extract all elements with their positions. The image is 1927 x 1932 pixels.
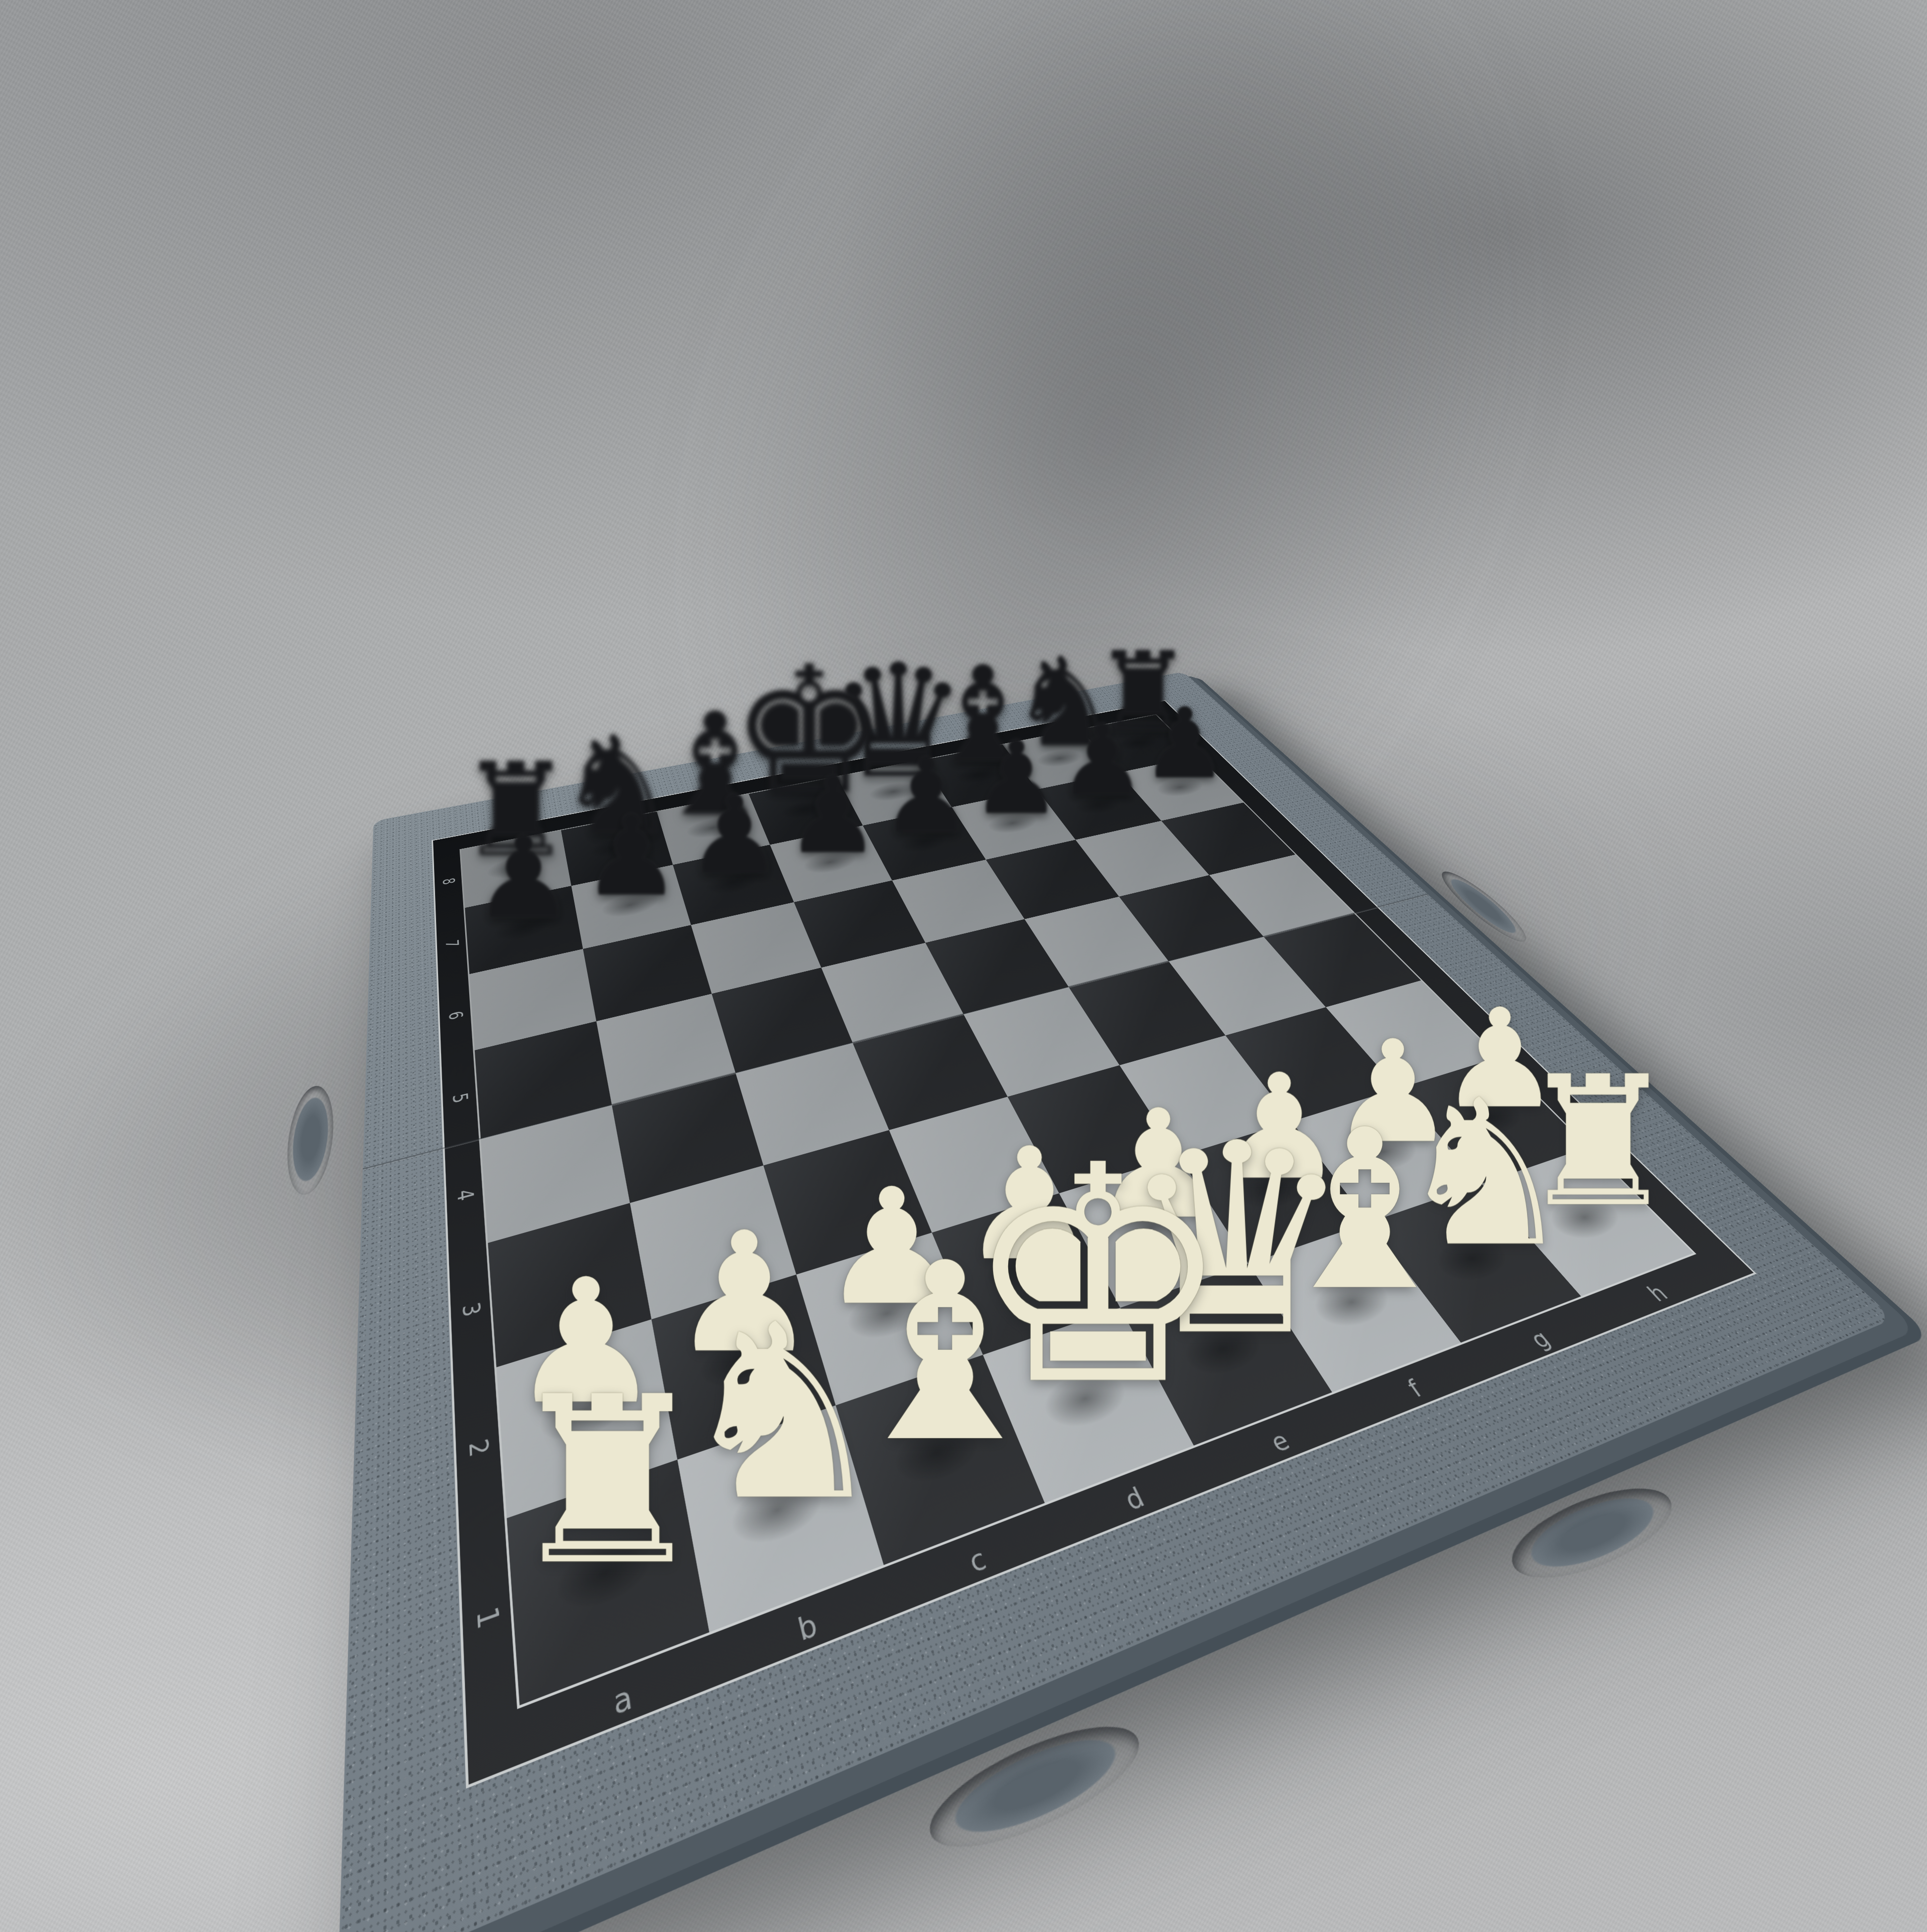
file-label-c: c bbox=[966, 1544, 990, 1578]
frame-handle-notch bbox=[1431, 869, 1538, 945]
scene: abcdefgh12345678 ♜♞♝♚♛♝♞♜♟♟♟♟♟♟♟♟♟♟♟♟♟♟♟… bbox=[0, 0, 1927, 1932]
rank-label-5: 5 bbox=[450, 1091, 471, 1106]
rank-label-4: 4 bbox=[454, 1187, 476, 1204]
frame-handle-notch bbox=[1495, 1472, 1690, 1597]
rank-label-7: 7 bbox=[443, 939, 461, 949]
square-c4[interactable] bbox=[736, 1043, 889, 1165]
frame-handle-notch bbox=[920, 1705, 1153, 1873]
rank-label-2: 2 bbox=[465, 1436, 492, 1461]
frame-handle-notch bbox=[283, 1081, 336, 1201]
rook-glyph: ♜ bbox=[504, 1366, 711, 1597]
rank-label-1: 1 bbox=[472, 1603, 503, 1634]
rank-label-8: 8 bbox=[440, 877, 457, 886]
file-label-g: g bbox=[1526, 1327, 1556, 1352]
board-plane: abcdefgh12345678 ♜♞♝♚♛♝♞♜♟♟♟♟♟♟♟♟♟♟♟♟♟♟♟… bbox=[432, 700, 1756, 1788]
